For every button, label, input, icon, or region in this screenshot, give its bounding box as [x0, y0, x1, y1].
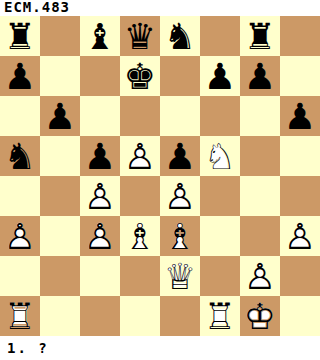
black-pawn[interactable]: ♟	[0, 56, 40, 96]
square-a6[interactable]	[0, 96, 40, 136]
square-e7[interactable]	[160, 56, 200, 96]
square-b4[interactable]	[40, 176, 80, 216]
white-knight-fill: ♞	[200, 136, 240, 176]
square-h2[interactable]	[280, 256, 320, 296]
square-h7[interactable]	[280, 56, 320, 96]
square-a2[interactable]	[0, 256, 40, 296]
black-king[interactable]: ♚	[120, 56, 160, 96]
white-pawn[interactable]: ♙	[80, 216, 120, 256]
black-pawn[interactable]: ♟	[240, 56, 280, 96]
square-d8[interactable]: ♛	[120, 16, 160, 56]
white-queen-fill: ♛	[160, 256, 200, 296]
black-rook[interactable]: ♜	[240, 16, 280, 56]
white-rook[interactable]: ♖	[0, 296, 40, 336]
white-queen[interactable]: ♕	[160, 256, 200, 296]
square-e1[interactable]	[160, 296, 200, 336]
white-pawn[interactable]: ♙	[80, 176, 120, 216]
square-d3[interactable]: ♝♗	[120, 216, 160, 256]
square-c7[interactable]	[80, 56, 120, 96]
square-c8[interactable]: ♝	[80, 16, 120, 56]
white-pawn-fill: ♟	[280, 216, 320, 256]
square-e3[interactable]: ♝♗	[160, 216, 200, 256]
square-a5[interactable]: ♞	[0, 136, 40, 176]
page-title: ECM.483	[0, 0, 320, 16]
white-pawn-fill: ♟	[240, 256, 280, 296]
white-knight[interactable]: ♘	[200, 136, 240, 176]
white-pawn[interactable]: ♙	[160, 176, 200, 216]
black-knight[interactable]: ♞	[0, 136, 40, 176]
square-e8[interactable]: ♞	[160, 16, 200, 56]
black-pawn[interactable]: ♟	[160, 136, 200, 176]
black-queen[interactable]: ♛	[120, 16, 160, 56]
square-b8[interactable]	[40, 16, 80, 56]
square-g7[interactable]: ♟	[240, 56, 280, 96]
black-pawn[interactable]: ♟	[40, 96, 80, 136]
square-h1[interactable]	[280, 296, 320, 336]
square-d1[interactable]	[120, 296, 160, 336]
square-a4[interactable]	[0, 176, 40, 216]
square-h5[interactable]	[280, 136, 320, 176]
square-g3[interactable]	[240, 216, 280, 256]
black-rook[interactable]: ♜	[0, 16, 40, 56]
square-d4[interactable]	[120, 176, 160, 216]
white-pawn[interactable]: ♙	[240, 256, 280, 296]
square-f2[interactable]	[200, 256, 240, 296]
square-d5[interactable]: ♟♙	[120, 136, 160, 176]
square-e2[interactable]: ♛♕	[160, 256, 200, 296]
square-h3[interactable]: ♟♙	[280, 216, 320, 256]
square-g8[interactable]: ♜	[240, 16, 280, 56]
square-h8[interactable]	[280, 16, 320, 56]
square-g5[interactable]	[240, 136, 280, 176]
square-c3[interactable]: ♟♙	[80, 216, 120, 256]
white-pawn-fill: ♟	[0, 216, 40, 256]
square-d7[interactable]: ♚	[120, 56, 160, 96]
white-bishop-fill: ♝	[160, 216, 200, 256]
white-pawn-fill: ♟	[80, 216, 120, 256]
square-f7[interactable]: ♟	[200, 56, 240, 96]
black-pawn[interactable]: ♟	[80, 136, 120, 176]
white-pawn-fill: ♟	[160, 176, 200, 216]
square-h4[interactable]	[280, 176, 320, 216]
square-b1[interactable]	[40, 296, 80, 336]
black-bishop[interactable]: ♝	[80, 16, 120, 56]
square-f1[interactable]: ♜♖	[200, 296, 240, 336]
square-b5[interactable]	[40, 136, 80, 176]
square-a3[interactable]: ♟♙	[0, 216, 40, 256]
white-king[interactable]: ♔	[240, 296, 280, 336]
square-c4[interactable]: ♟♙	[80, 176, 120, 216]
square-a8[interactable]: ♜	[0, 16, 40, 56]
square-b2[interactable]	[40, 256, 80, 296]
square-e4[interactable]: ♟♙	[160, 176, 200, 216]
chess-board: ♜♝♛♞♜♟♚♟♟♟♟♞♟♟♙♟♞♘♟♙♟♙♟♙♟♙♝♗♝♗♟♙♛♕♟♙♜♖♜♖…	[0, 16, 320, 336]
square-b6[interactable]: ♟	[40, 96, 80, 136]
white-pawn-fill: ♟	[80, 176, 120, 216]
square-f5[interactable]: ♞♘	[200, 136, 240, 176]
white-king-fill: ♚	[240, 296, 280, 336]
move-prompt: 1. ?	[0, 336, 320, 360]
black-pawn[interactable]: ♟	[200, 56, 240, 96]
white-rook-fill: ♜	[200, 296, 240, 336]
square-d2[interactable]	[120, 256, 160, 296]
square-g2[interactable]: ♟♙	[240, 256, 280, 296]
square-g4[interactable]	[240, 176, 280, 216]
square-e5[interactable]: ♟	[160, 136, 200, 176]
black-pawn[interactable]: ♟	[280, 96, 320, 136]
square-f3[interactable]	[200, 216, 240, 256]
white-pawn[interactable]: ♙	[280, 216, 320, 256]
white-rook-fill: ♜	[0, 296, 40, 336]
square-d6[interactable]	[120, 96, 160, 136]
square-a1[interactable]: ♜♖	[0, 296, 40, 336]
square-c6[interactable]	[80, 96, 120, 136]
square-h6[interactable]: ♟	[280, 96, 320, 136]
black-knight[interactable]: ♞	[160, 16, 200, 56]
square-c1[interactable]	[80, 296, 120, 336]
square-g6[interactable]	[240, 96, 280, 136]
square-f6[interactable]	[200, 96, 240, 136]
square-f4[interactable]	[200, 176, 240, 216]
square-b3[interactable]	[40, 216, 80, 256]
square-c5[interactable]: ♟	[80, 136, 120, 176]
square-a7[interactable]: ♟	[0, 56, 40, 96]
white-bishop[interactable]: ♗	[120, 216, 160, 256]
white-pawn-fill: ♟	[120, 136, 160, 176]
white-pawn[interactable]: ♙	[0, 216, 40, 256]
white-bishop-fill: ♝	[120, 216, 160, 256]
square-g1[interactable]: ♚♔	[240, 296, 280, 336]
square-e6[interactable]	[160, 96, 200, 136]
square-f8[interactable]	[200, 16, 240, 56]
square-b7[interactable]	[40, 56, 80, 96]
white-bishop[interactable]: ♗	[160, 216, 200, 256]
white-rook[interactable]: ♖	[200, 296, 240, 336]
square-c2[interactable]	[80, 256, 120, 296]
white-pawn[interactable]: ♙	[120, 136, 160, 176]
